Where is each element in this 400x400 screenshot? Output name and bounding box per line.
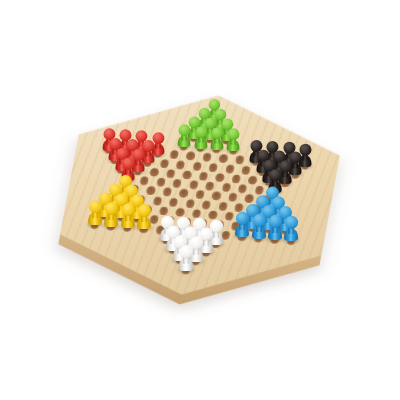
pegs-layer [0,0,400,400]
peg-blue[interactable] [268,215,282,240]
board-scene [0,0,400,400]
peg-head [195,126,207,138]
peg-head [122,157,134,169]
peg-blue[interactable] [235,212,249,237]
peg-head [178,125,190,137]
peg-blue[interactable] [284,216,298,241]
peg-head [227,128,239,140]
peg-head [236,212,249,225]
peg-green[interactable] [211,127,224,150]
peg-green[interactable] [227,128,240,151]
peg-head [179,245,193,259]
peg-white[interactable] [179,245,194,271]
peg-head [285,216,298,229]
peg-green[interactable] [178,125,191,148]
peg-head [88,201,101,214]
peg-head [252,214,265,227]
peg-yellow[interactable] [104,202,118,227]
peg-head [105,202,118,215]
peg-head [268,215,281,228]
peg-head [269,169,281,181]
peg-head [121,203,134,216]
peg-head [211,127,223,139]
peg-yellow[interactable] [88,201,102,226]
peg-green[interactable] [194,126,207,149]
peg-blue[interactable] [251,214,265,239]
peg-yellow[interactable] [137,205,151,230]
peg-head [137,205,150,218]
peg-yellow[interactable] [121,203,135,228]
